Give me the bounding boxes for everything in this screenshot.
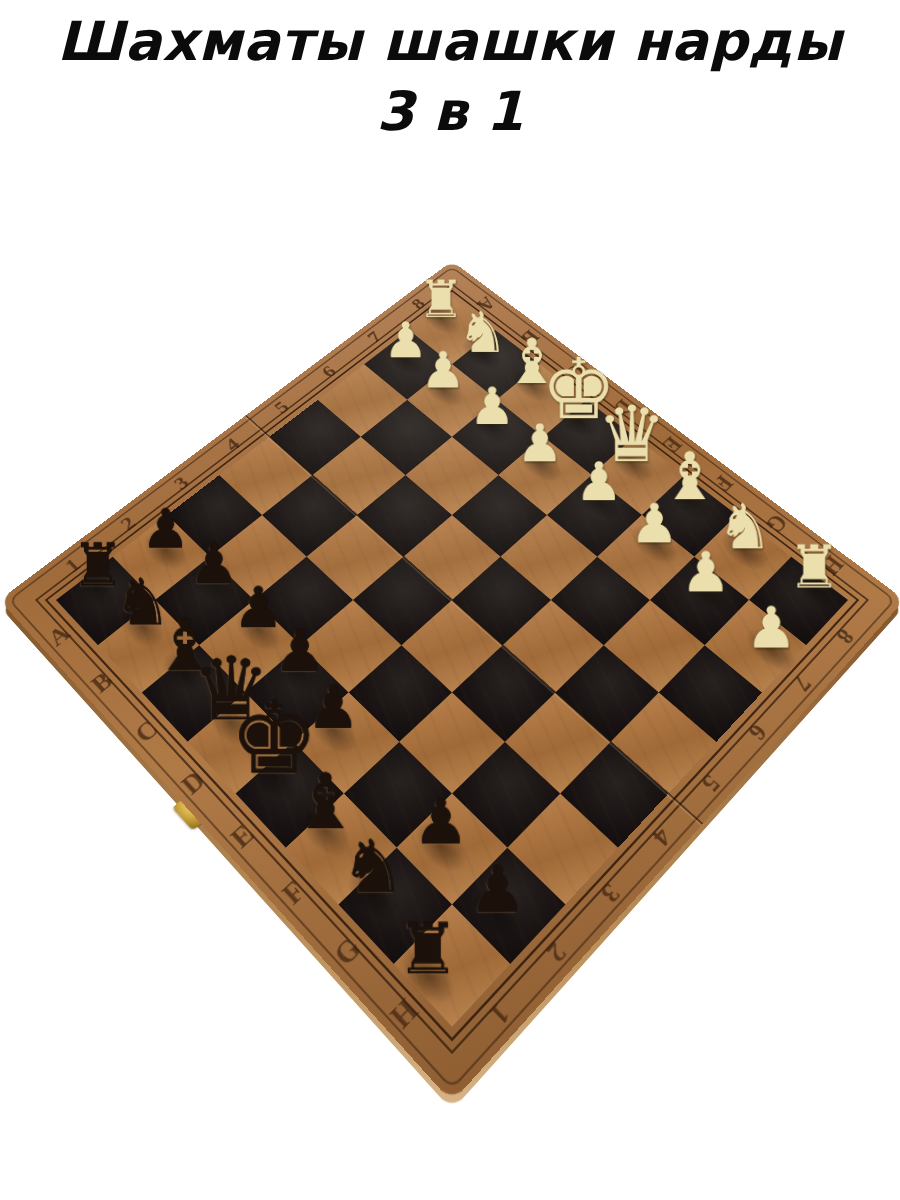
board-scene: 11AA22BB33CC44DD55EE66FF77GG88HH ♜♞♝♚♛♝♞… (0, 0, 900, 1200)
dark-pawn-glyph: ♟ (469, 857, 527, 921)
light-pawn-glyph: ♟ (469, 381, 515, 432)
light-pawn-glyph: ♟ (516, 417, 563, 469)
chess-board: 11AA22BB33CC44DD55EE66FF77GG88HH ♜♞♝♚♛♝♞… (0, 261, 900, 1102)
playing-area: ♜♞♝♚♛♝♞♜♟♟♟♟♟♟♟♟♟♟♟♟♟♟♟♜♞♝♛♚♝♞♜ (56, 297, 848, 1026)
dark-pawn-glyph: ♟ (274, 622, 326, 680)
dark-pawn-glyph: ♟ (413, 790, 469, 853)
dark-rook-glyph: ♜ (396, 913, 459, 984)
dark-knight-glyph: ♞ (340, 831, 405, 904)
product-photo-stage: Шахматы шашки нарды 3 в 1 11AA22BB33CC44… (0, 0, 900, 1200)
board-grid: ♜♞♝♚♛♝♞♜♟♟♟♟♟♟♟♟♟♟♟♟♟♟♟♜♞♝♛♚♝♞♜ (56, 297, 848, 1026)
light-pawn-glyph: ♟ (681, 544, 731, 600)
dark-pawn-glyph: ♟ (141, 501, 190, 556)
light-pawn-glyph: ♟ (630, 496, 679, 550)
light-pawn-glyph: ♟ (421, 345, 466, 395)
light-pawn-glyph: ♟ (746, 599, 797, 656)
light-pawn-glyph: ♟ (575, 455, 623, 508)
